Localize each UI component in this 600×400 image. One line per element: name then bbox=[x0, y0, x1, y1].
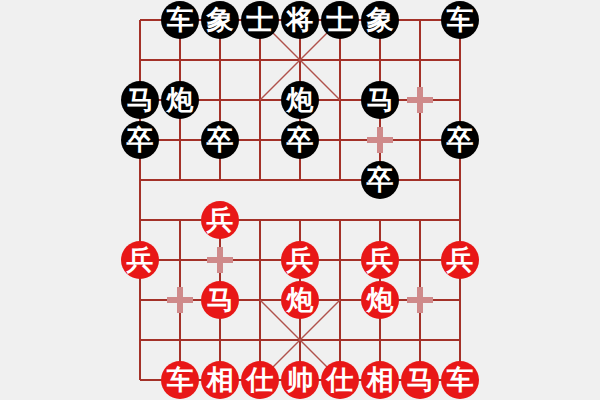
piece-glyph: 将 bbox=[287, 6, 314, 33]
piece-glyph: 炮 bbox=[167, 86, 194, 113]
piece-black-soldier[interactable]: 卒 bbox=[361, 161, 399, 199]
piece-glyph: 车 bbox=[447, 6, 474, 33]
xiangqi-board[interactable]: 车象士将士象车马炮炮马卒卒卒卒卒兵兵兵兵兵马炮炮车相仕帅仕相马车 bbox=[120, 0, 480, 400]
piece-glyph: 马 bbox=[127, 86, 154, 113]
last-move-marker bbox=[407, 287, 433, 313]
marker-corner-bl bbox=[407, 300, 420, 313]
piece-glyph: 相 bbox=[207, 366, 234, 393]
last-move-marker bbox=[167, 287, 193, 313]
marker-corner-bl bbox=[167, 300, 180, 313]
piece-red-advisor[interactable]: 仕 bbox=[241, 361, 279, 399]
marker-corner-br bbox=[220, 260, 233, 273]
piece-glyph: 卒 bbox=[447, 126, 474, 153]
piece-glyph: 卒 bbox=[367, 166, 394, 193]
piece-black-horse[interactable]: 马 bbox=[121, 81, 159, 119]
piece-black-soldier[interactable]: 卒 bbox=[281, 121, 319, 159]
piece-glyph: 兵 bbox=[127, 246, 154, 273]
piece-glyph: 士 bbox=[327, 6, 354, 33]
piece-black-advisor[interactable]: 士 bbox=[321, 1, 359, 39]
marker-corner-tl bbox=[207, 247, 220, 260]
marker-corner-tl bbox=[407, 287, 420, 300]
piece-black-soldier[interactable]: 卒 bbox=[121, 121, 159, 159]
piece-black-advisor[interactable]: 士 bbox=[241, 1, 279, 39]
piece-black-elephant[interactable]: 象 bbox=[201, 1, 239, 39]
marker-corner-br bbox=[180, 300, 193, 313]
piece-glyph: 马 bbox=[367, 86, 394, 113]
marker-corner-tr bbox=[180, 287, 193, 300]
piece-black-chariot[interactable]: 车 bbox=[161, 1, 199, 39]
piece-red-advisor[interactable]: 仕 bbox=[321, 361, 359, 399]
piece-glyph: 仕 bbox=[247, 366, 274, 393]
piece-black-chariot[interactable]: 车 bbox=[441, 1, 479, 39]
piece-red-horse[interactable]: 马 bbox=[201, 281, 239, 319]
piece-red-elephant[interactable]: 相 bbox=[201, 361, 239, 399]
piece-red-chariot[interactable]: 车 bbox=[441, 361, 479, 399]
piece-glyph: 炮 bbox=[287, 86, 314, 113]
piece-glyph: 兵 bbox=[207, 206, 234, 233]
last-move-marker bbox=[367, 127, 393, 153]
piece-glyph: 车 bbox=[447, 366, 474, 393]
piece-glyph: 象 bbox=[367, 6, 394, 33]
marker-corner-bl bbox=[407, 100, 420, 113]
marker-corner-tr bbox=[220, 247, 233, 260]
piece-black-cannon[interactable]: 炮 bbox=[281, 81, 319, 119]
piece-red-cannon[interactable]: 炮 bbox=[361, 281, 399, 319]
piece-glyph: 马 bbox=[207, 286, 234, 313]
piece-red-general[interactable]: 帅 bbox=[281, 361, 319, 399]
marker-corner-tl bbox=[167, 287, 180, 300]
piece-glyph: 兵 bbox=[447, 246, 474, 273]
piece-glyph: 车 bbox=[167, 6, 194, 33]
piece-glyph: 象 bbox=[207, 6, 234, 33]
piece-glyph: 卒 bbox=[207, 126, 234, 153]
marker-corner-bl bbox=[367, 140, 380, 153]
piece-glyph: 炮 bbox=[287, 286, 314, 313]
piece-black-cannon[interactable]: 炮 bbox=[161, 81, 199, 119]
piece-glyph: 帅 bbox=[287, 366, 314, 393]
piece-glyph: 兵 bbox=[287, 246, 314, 273]
xiangqi-app: 车象士将士象车马炮炮马卒卒卒卒卒兵兵兵兵兵马炮炮车相仕帅仕相马车 bbox=[0, 0, 600, 400]
piece-black-horse[interactable]: 马 bbox=[361, 81, 399, 119]
piece-black-soldier[interactable]: 卒 bbox=[441, 121, 479, 159]
piece-red-elephant[interactable]: 相 bbox=[361, 361, 399, 399]
piece-red-chariot[interactable]: 车 bbox=[161, 361, 199, 399]
piece-glyph: 士 bbox=[247, 6, 274, 33]
piece-red-soldier[interactable]: 兵 bbox=[361, 241, 399, 279]
piece-black-soldier[interactable]: 卒 bbox=[201, 121, 239, 159]
last-move-marker bbox=[207, 247, 233, 273]
piece-glyph: 兵 bbox=[367, 246, 394, 273]
marker-corner-br bbox=[380, 140, 393, 153]
piece-red-soldier[interactable]: 兵 bbox=[121, 241, 159, 279]
piece-red-cannon[interactable]: 炮 bbox=[281, 281, 319, 319]
marker-corner-tr bbox=[420, 87, 433, 100]
marker-corner-tl bbox=[367, 127, 380, 140]
piece-red-soldier[interactable]: 兵 bbox=[201, 201, 239, 239]
piece-glyph: 车 bbox=[167, 366, 194, 393]
piece-red-soldier[interactable]: 兵 bbox=[281, 241, 319, 279]
piece-glyph: 卒 bbox=[127, 126, 154, 153]
piece-glyph: 仕 bbox=[327, 366, 354, 393]
piece-black-elephant[interactable]: 象 bbox=[361, 1, 399, 39]
piece-red-horse[interactable]: 马 bbox=[401, 361, 439, 399]
piece-glyph: 马 bbox=[407, 366, 434, 393]
marker-corner-br bbox=[420, 100, 433, 113]
marker-corner-tr bbox=[420, 287, 433, 300]
piece-red-soldier[interactable]: 兵 bbox=[441, 241, 479, 279]
marker-corner-bl bbox=[207, 260, 220, 273]
piece-glyph: 炮 bbox=[367, 286, 394, 313]
piece-glyph: 相 bbox=[367, 366, 394, 393]
marker-corner-tl bbox=[407, 87, 420, 100]
marker-corner-br bbox=[420, 300, 433, 313]
piece-glyph: 卒 bbox=[287, 126, 314, 153]
piece-black-general[interactable]: 将 bbox=[281, 1, 319, 39]
marker-corner-tr bbox=[380, 127, 393, 140]
last-move-marker bbox=[407, 87, 433, 113]
